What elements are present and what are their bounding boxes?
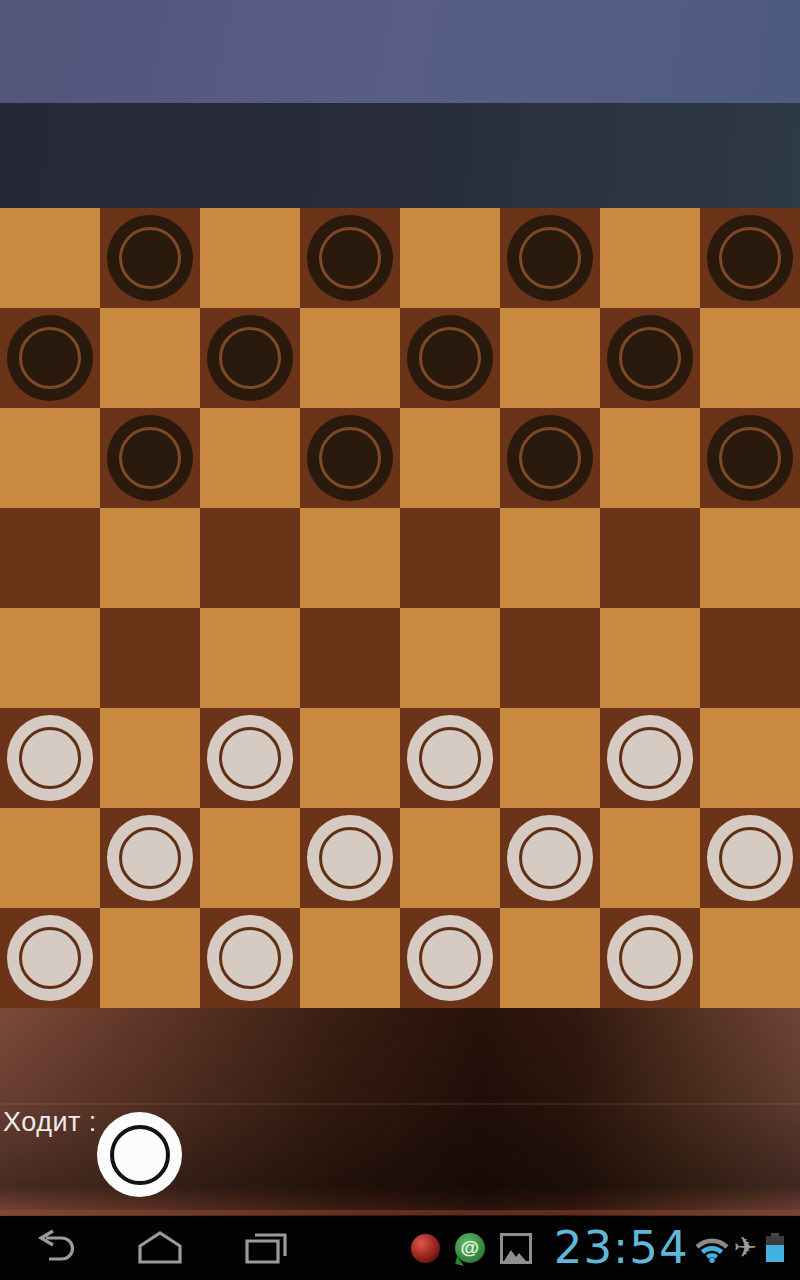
board-square[interactable]: [700, 308, 800, 408]
board-square[interactable]: [500, 208, 600, 308]
board-square[interactable]: [0, 308, 100, 408]
board-square[interactable]: [0, 508, 100, 608]
white-man[interactable]: [7, 715, 93, 801]
piece-ring: [319, 827, 381, 889]
piece-ring: [519, 227, 581, 289]
turn-indicator-ring: [110, 1125, 170, 1185]
black-man[interactable]: [607, 315, 693, 401]
board-square[interactable]: [500, 708, 600, 808]
piece-ring: [119, 427, 181, 489]
airplane-mode-icon[interactable]: ✈: [734, 1216, 757, 1280]
black-man[interactable]: [407, 315, 493, 401]
turn-indicator-white-piece: [97, 1112, 182, 1197]
piece-ring: [719, 227, 781, 289]
board-square[interactable]: [200, 408, 300, 508]
board-square[interactable]: [100, 308, 200, 408]
piece-ring: [419, 327, 481, 389]
board-square[interactable]: [0, 908, 100, 1008]
piece-ring: [19, 927, 81, 989]
black-man[interactable]: [207, 315, 293, 401]
wifi-icon[interactable]: [695, 1233, 729, 1263]
home-button[interactable]: [126, 1216, 194, 1280]
board-square[interactable]: [0, 808, 100, 908]
board-square[interactable]: [100, 808, 200, 908]
board-square[interactable]: [600, 908, 700, 1008]
board-square[interactable]: [200, 208, 300, 308]
turn-label: Ходит :: [3, 1107, 97, 1138]
board-square[interactable]: [0, 608, 100, 708]
black-man[interactable]: [507, 215, 593, 301]
checkers-board[interactable]: [0, 208, 800, 1008]
board-square[interactable]: [200, 908, 300, 1008]
board-square[interactable]: [100, 608, 200, 708]
black-man[interactable]: [307, 215, 393, 301]
board-square[interactable]: [300, 708, 400, 808]
piece-ring: [119, 227, 181, 289]
piece-ring: [119, 827, 181, 889]
recents-button[interactable]: [232, 1216, 300, 1280]
white-man[interactable]: [607, 715, 693, 801]
board-square[interactable]: [100, 708, 200, 808]
board-square[interactable]: [600, 408, 700, 508]
black-man[interactable]: [107, 415, 193, 501]
globe-notification-icon[interactable]: [411, 1234, 440, 1263]
board-square[interactable]: [400, 708, 500, 808]
black-man[interactable]: [707, 415, 793, 501]
board-square[interactable]: [300, 608, 400, 708]
back-button[interactable]: [24, 1216, 86, 1280]
board-square[interactable]: [300, 208, 400, 308]
image-notification-icon[interactable]: [500, 1233, 532, 1264]
board-square[interactable]: [600, 708, 700, 808]
board-square[interactable]: [200, 508, 300, 608]
piece-ring: [19, 727, 81, 789]
piece-ring: [419, 727, 481, 789]
board-square[interactable]: [0, 408, 100, 508]
board-square[interactable]: [700, 808, 800, 908]
board-square[interactable]: [400, 208, 500, 308]
clock[interactable]: 23:54: [554, 1216, 689, 1280]
board-square[interactable]: [200, 708, 300, 808]
white-man[interactable]: [407, 915, 493, 1001]
board-square[interactable]: [700, 508, 800, 608]
board-square[interactable]: [700, 408, 800, 508]
board-square[interactable]: [0, 208, 100, 308]
board-square[interactable]: [300, 308, 400, 408]
white-man[interactable]: [607, 915, 693, 1001]
board-square[interactable]: [300, 808, 400, 908]
board-square[interactable]: [600, 508, 700, 608]
white-man[interactable]: [7, 915, 93, 1001]
board-square[interactable]: [100, 908, 200, 1008]
white-man[interactable]: [507, 815, 593, 901]
board-square[interactable]: [100, 408, 200, 508]
board-square[interactable]: [100, 208, 200, 308]
board-square[interactable]: [400, 408, 500, 508]
board-square[interactable]: [300, 508, 400, 608]
board-square[interactable]: [700, 708, 800, 808]
black-man[interactable]: [307, 415, 393, 501]
piece-ring: [319, 427, 381, 489]
piece-ring: [519, 427, 581, 489]
wallpaper-top-band: [0, 0, 800, 103]
board-square[interactable]: [500, 808, 600, 908]
board-square[interactable]: [200, 608, 300, 708]
board-square[interactable]: [0, 708, 100, 808]
status-tray[interactable]: @ 23:54 ✈: [411, 1216, 784, 1280]
black-man[interactable]: [7, 315, 93, 401]
board-square[interactable]: [500, 308, 600, 408]
white-man[interactable]: [207, 715, 293, 801]
at-glyph: @: [461, 1237, 480, 1259]
piece-ring: [419, 927, 481, 989]
white-man[interactable]: [707, 815, 793, 901]
board-square[interactable]: [600, 608, 700, 708]
board-square[interactable]: [500, 608, 600, 708]
board-square[interactable]: [500, 908, 600, 1008]
board-square[interactable]: [700, 908, 800, 1008]
board-square[interactable]: [400, 808, 500, 908]
board-square[interactable]: [400, 308, 500, 408]
board-square[interactable]: [700, 208, 800, 308]
board-square[interactable]: [100, 508, 200, 608]
board-square[interactable]: [600, 308, 700, 408]
board-square[interactable]: [400, 508, 500, 608]
piece-ring: [219, 727, 281, 789]
piece-ring: [319, 227, 381, 289]
mail-agent-notification-icon[interactable]: @: [455, 1233, 485, 1263]
board-square[interactable]: [400, 908, 500, 1008]
white-man[interactable]: [207, 915, 293, 1001]
piece-ring: [619, 327, 681, 389]
board-square[interactable]: [300, 408, 400, 508]
black-man[interactable]: [707, 215, 793, 301]
piece-ring: [19, 327, 81, 389]
white-man[interactable]: [307, 815, 393, 901]
android-screen: Ходит : @: [0, 0, 800, 1280]
board-square[interactable]: [700, 608, 800, 708]
status-panel: Ходит :: [0, 1008, 800, 1216]
board-square[interactable]: [400, 608, 500, 708]
piece-ring: [619, 727, 681, 789]
board-square[interactable]: [200, 308, 300, 408]
battery-icon[interactable]: [766, 1236, 784, 1262]
piece-ring: [719, 827, 781, 889]
board-square[interactable]: [300, 908, 400, 1008]
black-man[interactable]: [507, 415, 593, 501]
app-top-band: [0, 103, 800, 208]
white-man[interactable]: [107, 815, 193, 901]
board-square[interactable]: [600, 808, 700, 908]
board-square[interactable]: [500, 508, 600, 608]
board-square[interactable]: [500, 408, 600, 508]
board-square[interactable]: [200, 808, 300, 908]
battery-level: [766, 1245, 784, 1262]
white-man[interactable]: [407, 715, 493, 801]
piece-ring: [219, 327, 281, 389]
board-square[interactable]: [600, 208, 700, 308]
piece-ring: [619, 927, 681, 989]
piece-ring: [719, 427, 781, 489]
black-man[interactable]: [107, 215, 193, 301]
piece-ring: [519, 827, 581, 889]
navigation-bar: @ 23:54 ✈: [0, 1216, 800, 1280]
piece-ring: [219, 927, 281, 989]
